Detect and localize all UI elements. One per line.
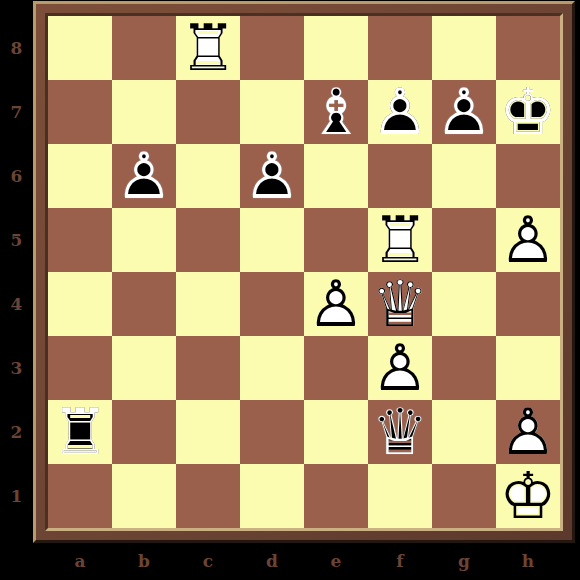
white-king-glyph: ♚ <box>496 464 560 528</box>
black-queen-f2[interactable]: ♛♕ <box>368 400 432 464</box>
white-rook-f5[interactable]: ♜♖ <box>368 208 432 272</box>
square-b7[interactable] <box>112 80 176 144</box>
black-queen-outline: ♕ <box>368 400 432 464</box>
chessboard: ♜♖♝♗♟♙♟♙♚♔♟♙♟♙♜♖♟♙♟♙♛♕♟♙♜♖♛♕♟♙♚♔ <box>48 16 560 528</box>
square-g7[interactable]: ♟♙ <box>432 80 496 144</box>
file-label-g: g <box>432 544 496 580</box>
square-g3[interactable] <box>432 336 496 400</box>
rank-label-5: 5 <box>0 208 33 272</box>
square-c7[interactable] <box>176 80 240 144</box>
square-a4[interactable] <box>48 272 112 336</box>
square-e2[interactable] <box>304 400 368 464</box>
black-pawn-outline: ♙ <box>368 80 432 144</box>
white-rook-outline: ♖ <box>176 16 240 80</box>
square-g8[interactable] <box>432 16 496 80</box>
white-queen-f4[interactable]: ♛♕ <box>368 272 432 336</box>
file-label-a: a <box>48 544 112 580</box>
black-pawn-f7[interactable]: ♟♙ <box>368 80 432 144</box>
white-pawn-outline: ♙ <box>496 208 560 272</box>
rank-label-6: 6 <box>0 144 33 208</box>
square-h7[interactable]: ♚♔ <box>496 80 560 144</box>
white-king-outline: ♔ <box>496 464 560 528</box>
black-pawn-glyph: ♟ <box>432 80 496 144</box>
square-f1[interactable] <box>368 464 432 528</box>
square-c8[interactable]: ♜♖ <box>176 16 240 80</box>
white-pawn-glyph: ♟ <box>368 336 432 400</box>
square-a7[interactable] <box>48 80 112 144</box>
square-b1[interactable] <box>112 464 176 528</box>
black-pawn-g7[interactable]: ♟♙ <box>432 80 496 144</box>
square-d2[interactable] <box>240 400 304 464</box>
square-g2[interactable] <box>432 400 496 464</box>
white-pawn-h2[interactable]: ♟♙ <box>496 400 560 464</box>
rank-label-4: 4 <box>0 272 33 336</box>
black-pawn-glyph: ♟ <box>240 144 304 208</box>
black-pawn-glyph: ♟ <box>368 80 432 144</box>
black-pawn-glyph: ♟ <box>112 144 176 208</box>
square-g1[interactable] <box>432 464 496 528</box>
black-bishop-e7[interactable]: ♝♗ <box>304 80 368 144</box>
white-queen-glyph: ♛ <box>368 272 432 336</box>
square-b5[interactable] <box>112 208 176 272</box>
square-c4[interactable] <box>176 272 240 336</box>
square-d3[interactable] <box>240 336 304 400</box>
square-a8[interactable] <box>48 16 112 80</box>
square-f2[interactable]: ♛♕ <box>368 400 432 464</box>
white-pawn-outline: ♙ <box>368 336 432 400</box>
rank-label-8: 8 <box>0 16 33 80</box>
file-label-h: h <box>496 544 560 580</box>
square-a6[interactable] <box>48 144 112 208</box>
square-f3[interactable]: ♟♙ <box>368 336 432 400</box>
square-e8[interactable] <box>304 16 368 80</box>
rank-label-7: 7 <box>0 80 33 144</box>
black-king-glyph: ♚ <box>496 80 560 144</box>
square-a2[interactable]: ♜♖ <box>48 400 112 464</box>
square-h4[interactable] <box>496 272 560 336</box>
white-queen-outline: ♕ <box>368 272 432 336</box>
square-f7[interactable]: ♟♙ <box>368 80 432 144</box>
rank-labels: 87654321 <box>0 16 33 528</box>
square-e5[interactable] <box>304 208 368 272</box>
square-h2[interactable]: ♟♙ <box>496 400 560 464</box>
file-label-c: c <box>176 544 240 580</box>
square-g6[interactable] <box>432 144 496 208</box>
white-pawn-glyph: ♟ <box>304 272 368 336</box>
square-e4[interactable]: ♟♙ <box>304 272 368 336</box>
white-pawn-f3[interactable]: ♟♙ <box>368 336 432 400</box>
black-queen-glyph: ♛ <box>368 400 432 464</box>
white-pawn-outline: ♙ <box>496 400 560 464</box>
file-label-b: b <box>112 544 176 580</box>
file-label-d: d <box>240 544 304 580</box>
black-rook-outline: ♖ <box>48 400 112 464</box>
square-f5[interactable]: ♜♖ <box>368 208 432 272</box>
square-e1[interactable] <box>304 464 368 528</box>
rank-label-2: 2 <box>0 400 33 464</box>
square-b2[interactable] <box>112 400 176 464</box>
square-e6[interactable] <box>304 144 368 208</box>
square-c5[interactable] <box>176 208 240 272</box>
black-pawn-outline: ♙ <box>112 144 176 208</box>
square-h1[interactable]: ♚♔ <box>496 464 560 528</box>
square-d5[interactable] <box>240 208 304 272</box>
square-c3[interactable] <box>176 336 240 400</box>
square-d4[interactable] <box>240 272 304 336</box>
black-rook-glyph: ♜ <box>48 400 112 464</box>
white-rook-outline: ♖ <box>368 208 432 272</box>
black-bishop-outline: ♗ <box>304 80 368 144</box>
black-pawn-outline: ♙ <box>240 144 304 208</box>
square-a1[interactable] <box>48 464 112 528</box>
square-c1[interactable] <box>176 464 240 528</box>
square-h3[interactable] <box>496 336 560 400</box>
square-g5[interactable] <box>432 208 496 272</box>
square-h5[interactable]: ♟♙ <box>496 208 560 272</box>
square-b4[interactable] <box>112 272 176 336</box>
black-rook-a2[interactable]: ♜♖ <box>48 400 112 464</box>
black-bishop-glyph: ♝ <box>304 80 368 144</box>
square-c6[interactable] <box>176 144 240 208</box>
white-rook-c8[interactable]: ♜♖ <box>176 16 240 80</box>
black-pawn-outline: ♙ <box>432 80 496 144</box>
file-labels: abcdefgh <box>48 544 560 580</box>
white-pawn-h5[interactable]: ♟♙ <box>496 208 560 272</box>
square-e3[interactable] <box>304 336 368 400</box>
white-king-h1[interactable]: ♚♔ <box>496 464 560 528</box>
black-king-h7[interactable]: ♚♔ <box>496 80 560 144</box>
square-b8[interactable] <box>112 16 176 80</box>
board-inner-edge: ♜♖♝♗♟♙♟♙♚♔♟♙♟♙♜♖♟♙♟♙♛♕♟♙♜♖♛♕♟♙♚♔ <box>45 13 563 531</box>
square-d8[interactable] <box>240 16 304 80</box>
square-e7[interactable]: ♝♗ <box>304 80 368 144</box>
black-king-outline: ♔ <box>496 80 560 144</box>
square-c2[interactable] <box>176 400 240 464</box>
black-pawn-d6[interactable]: ♟♙ <box>240 144 304 208</box>
black-pawn-b6[interactable]: ♟♙ <box>112 144 176 208</box>
square-b3[interactable] <box>112 336 176 400</box>
chess-diagram: 87654321 ♜♖♝♗♟♙♟♙♚♔♟♙♟♙♜♖♟♙♟♙♛♕♟♙♜♖♛♕♟♙♚… <box>0 0 580 580</box>
square-f4[interactable]: ♛♕ <box>368 272 432 336</box>
white-rook-glyph: ♜ <box>368 208 432 272</box>
square-a5[interactable] <box>48 208 112 272</box>
white-rook-glyph: ♜ <box>176 16 240 80</box>
square-d7[interactable] <box>240 80 304 144</box>
square-a3[interactable] <box>48 336 112 400</box>
rank-label-1: 1 <box>0 464 33 528</box>
square-h6[interactable] <box>496 144 560 208</box>
file-label-f: f <box>368 544 432 580</box>
square-g4[interactable] <box>432 272 496 336</box>
square-d6[interactable]: ♟♙ <box>240 144 304 208</box>
rank-label-3: 3 <box>0 336 33 400</box>
square-f8[interactable] <box>368 16 432 80</box>
board-frame: ♜♖♝♗♟♙♟♙♚♔♟♙♟♙♜♖♟♙♟♙♛♕♟♙♜♖♛♕♟♙♚♔ <box>33 1 575 543</box>
square-h8[interactable] <box>496 16 560 80</box>
white-pawn-outline: ♙ <box>304 272 368 336</box>
white-pawn-glyph: ♟ <box>496 400 560 464</box>
file-label-e: e <box>304 544 368 580</box>
square-f6[interactable] <box>368 144 432 208</box>
square-d1[interactable] <box>240 464 304 528</box>
white-pawn-e4[interactable]: ♟♙ <box>304 272 368 336</box>
white-pawn-glyph: ♟ <box>496 208 560 272</box>
square-b6[interactable]: ♟♙ <box>112 144 176 208</box>
